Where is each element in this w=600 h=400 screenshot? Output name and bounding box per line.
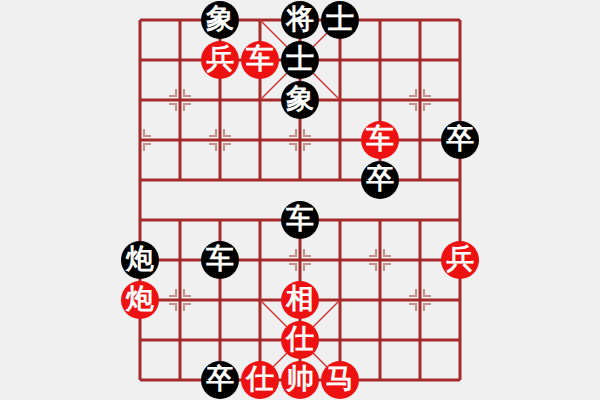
piece-red-elephant[interactable]: 相 [281, 281, 319, 319]
piece-red-chariot[interactable]: 车 [241, 41, 279, 79]
piece-black-pawn[interactable]: 卒 [201, 361, 239, 399]
piece-glyph: 卒 [206, 365, 234, 393]
piece-black-elephant[interactable]: 象 [281, 81, 319, 119]
piece-glyph: 仕 [246, 365, 274, 393]
pieces-layer: 象将士兵车士象车卒卒车炮车兵炮相仕卒仕帅马 [0, 0, 600, 400]
piece-black-pawn[interactable]: 卒 [361, 161, 399, 199]
piece-glyph: 马 [326, 365, 354, 393]
piece-glyph: 卒 [366, 165, 394, 193]
piece-glyph: 象 [286, 85, 314, 113]
piece-glyph: 象 [206, 5, 234, 33]
piece-glyph: 炮 [126, 245, 154, 273]
piece-glyph: 车 [286, 205, 314, 233]
piece-red-general[interactable]: 帅 [281, 361, 319, 399]
piece-black-advisor[interactable]: 士 [281, 41, 319, 79]
piece-red-advisor[interactable]: 仕 [241, 361, 279, 399]
piece-glyph: 士 [286, 45, 314, 73]
piece-glyph: 相 [286, 285, 314, 313]
piece-black-chariot[interactable]: 车 [281, 201, 319, 239]
piece-black-cannon[interactable]: 炮 [121, 241, 159, 279]
piece-glyph: 车 [246, 45, 274, 73]
piece-red-pawn[interactable]: 兵 [201, 41, 239, 79]
piece-glyph: 将 [286, 5, 314, 33]
xiangqi-board: 象将士兵车士象车卒卒车炮车兵炮相仕卒仕帅马 [0, 0, 600, 400]
piece-black-elephant[interactable]: 象 [201, 1, 239, 39]
piece-red-chariot[interactable]: 车 [361, 121, 399, 159]
piece-red-advisor[interactable]: 仕 [281, 321, 319, 359]
piece-glyph: 炮 [126, 285, 154, 313]
piece-glyph: 兵 [446, 245, 474, 273]
piece-glyph: 仕 [286, 325, 314, 353]
piece-glyph: 车 [366, 125, 394, 153]
piece-glyph: 卒 [446, 125, 474, 153]
piece-glyph: 士 [326, 5, 354, 33]
piece-black-chariot[interactable]: 车 [201, 241, 239, 279]
piece-red-horse[interactable]: 马 [321, 361, 359, 399]
piece-red-cannon[interactable]: 炮 [121, 281, 159, 319]
piece-red-pawn[interactable]: 兵 [441, 241, 479, 279]
piece-glyph: 兵 [206, 45, 234, 73]
piece-black-advisor[interactable]: 士 [321, 1, 359, 39]
piece-black-pawn[interactable]: 卒 [441, 121, 479, 159]
piece-glyph: 帅 [286, 365, 314, 393]
piece-black-general[interactable]: 将 [281, 1, 319, 39]
piece-glyph: 车 [206, 245, 234, 273]
